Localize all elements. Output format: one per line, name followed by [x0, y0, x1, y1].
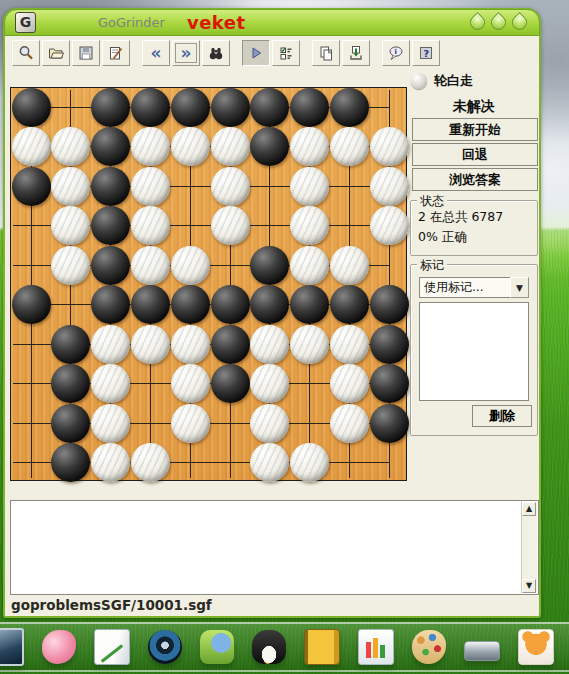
- scroll-up-button[interactable]: ▲: [522, 502, 536, 516]
- arrow-up-icon: ▲: [526, 504, 532, 513]
- tags-group-title: 标记: [417, 257, 447, 274]
- options-checklist-icon: [278, 45, 294, 61]
- white-stone[interactable]: ●: [330, 246, 369, 285]
- play-icon: [248, 45, 264, 61]
- white-stone[interactable]: ●: [51, 167, 90, 206]
- hint-balloon-icon: i: [388, 45, 404, 61]
- white-stone[interactable]: ●: [12, 127, 51, 166]
- black-stone[interactable]: ●: [250, 285, 289, 324]
- status-groupbox: 状态 2 在总共 6787 0% 正确: [410, 200, 538, 256]
- black-stone[interactable]: ●: [250, 88, 289, 127]
- help-button[interactable]: ?: [412, 40, 440, 66]
- black-stone[interactable]: ●: [91, 88, 130, 127]
- browse-answer-button[interactable]: 浏览答案: [412, 168, 538, 191]
- black-stone[interactable]: ●: [12, 167, 51, 206]
- import-button[interactable]: [342, 40, 370, 66]
- black-stone[interactable]: ●: [131, 88, 170, 127]
- scroll-down-button[interactable]: ▼: [522, 579, 536, 593]
- white-stone[interactable]: ●: [330, 404, 369, 443]
- black-stone[interactable]: ●: [91, 167, 130, 206]
- options-button[interactable]: [272, 40, 300, 66]
- go-board[interactable]: ●●●●●●●●●●●●●●●●●●●●●●●●●●●●●●●●●●●●●●●●…: [10, 87, 407, 481]
- black-stone[interactable]: ●: [51, 325, 90, 364]
- white-stone[interactable]: ●: [211, 167, 250, 206]
- edit-notepad-icon: [108, 45, 124, 61]
- white-stone[interactable]: ●: [171, 404, 210, 443]
- white-stone[interactable]: ●: [330, 364, 369, 403]
- bottle-globe-icon[interactable]: [200, 630, 234, 664]
- black-stone[interactable]: ●: [290, 285, 329, 324]
- comment-scrollbar[interactable]: ▲ ▼: [521, 502, 537, 593]
- copy-pages-icon: [318, 45, 334, 61]
- save-button[interactable]: [72, 40, 100, 66]
- white-stone[interactable]: ●: [330, 127, 369, 166]
- white-stone[interactable]: ●: [131, 443, 170, 482]
- comment-textarea[interactable]: ▲ ▼: [10, 500, 539, 595]
- black-stone[interactable]: ●: [12, 88, 51, 127]
- white-stone[interactable]: ●: [211, 127, 250, 166]
- app-logo-icon: G: [15, 12, 36, 33]
- black-stone[interactable]: ●: [171, 285, 210, 324]
- desktop: { "game": "go", "window": { "app_title":…: [0, 0, 569, 674]
- combo-dropdown-button[interactable]: ▼: [510, 277, 529, 298]
- mascot-icon[interactable]: [42, 630, 76, 664]
- tag-combobox[interactable]: 使用标记...: [419, 277, 511, 298]
- white-stone[interactable]: ●: [91, 364, 130, 403]
- black-stone[interactable]: ●: [131, 285, 170, 324]
- percent-correct-text: 0% 正确: [418, 229, 537, 246]
- usb-drive-icon[interactable]: [464, 641, 500, 661]
- black-stone[interactable]: ●: [370, 325, 409, 364]
- black-stone[interactable]: ●: [250, 127, 289, 166]
- restart-button[interactable]: 重新开始: [412, 118, 538, 141]
- white-stone[interactable]: ●: [250, 443, 289, 482]
- white-stone[interactable]: ●: [250, 364, 289, 403]
- previous-problem-button[interactable]: «: [142, 40, 170, 66]
- black-stone[interactable]: ●: [211, 325, 250, 364]
- solve-status-label: 未解决: [407, 98, 541, 116]
- black-stone[interactable]: ●: [211, 285, 250, 324]
- black-stone[interactable]: ●: [370, 285, 409, 324]
- black-stone[interactable]: ●: [370, 404, 409, 443]
- black-stone[interactable]: ●: [330, 88, 369, 127]
- copy-button[interactable]: [312, 40, 340, 66]
- toolbar: « » i ?: [5, 38, 539, 68]
- zoom-icon: [18, 45, 34, 61]
- white-stone[interactable]: ●: [250, 404, 289, 443]
- binoculars-icon: [208, 45, 224, 61]
- black-stone[interactable]: ●: [91, 127, 130, 166]
- zoom-button[interactable]: [12, 40, 40, 66]
- address-book-icon[interactable]: [304, 629, 340, 665]
- white-stone[interactable]: ●: [171, 246, 210, 285]
- white-stone[interactable]: ●: [370, 127, 409, 166]
- black-stone[interactable]: ●: [211, 88, 250, 127]
- save-floppy-icon: [78, 45, 94, 61]
- black-stone[interactable]: ●: [330, 285, 369, 324]
- distro-label: veket: [187, 12, 246, 33]
- gogrinder-window: G GoGrinder veket « »: [3, 8, 541, 618]
- black-stone[interactable]: ●: [51, 443, 90, 482]
- edit-button[interactable]: [102, 40, 130, 66]
- notepad-icon[interactable]: [94, 629, 130, 665]
- teddy-bear-icon[interactable]: [518, 629, 554, 665]
- next-problem-button[interactable]: »: [172, 40, 200, 66]
- white-stone[interactable]: ●: [131, 167, 170, 206]
- black-stone[interactable]: ●: [370, 364, 409, 403]
- sidebar-panel: 轮白走 未解决 重新开始 回退 浏览答案 状态 2 在总共 6787 0% 正确…: [407, 66, 541, 486]
- svg-text:i: i: [395, 48, 397, 56]
- prev-icon: «: [151, 45, 162, 61]
- white-stone[interactable]: ●: [131, 325, 170, 364]
- white-stone[interactable]: ●: [290, 246, 329, 285]
- hint-button[interactable]: i: [382, 40, 410, 66]
- chevron-down-icon: ▼: [516, 283, 523, 293]
- black-stone[interactable]: ●: [91, 206, 130, 245]
- white-stone[interactable]: ●: [370, 206, 409, 245]
- statusbar-path: goproblemsSGF/10001.sgf: [11, 597, 212, 613]
- black-stone[interactable]: ●: [211, 364, 250, 403]
- white-stone[interactable]: ●: [51, 246, 90, 285]
- white-stone[interactable]: ●: [51, 206, 90, 245]
- open-folder-icon: [48, 45, 64, 61]
- delete-tag-button[interactable]: 删除: [472, 405, 532, 427]
- white-stone[interactable]: ●: [290, 325, 329, 364]
- turn-label: 轮白走: [434, 72, 473, 90]
- next-icon: »: [181, 45, 192, 61]
- white-stone[interactable]: ●: [91, 443, 130, 482]
- tux-penguin-icon[interactable]: [252, 630, 286, 664]
- window-controls: [470, 15, 527, 30]
- arrow-down-icon: ▼: [526, 581, 532, 590]
- white-stone[interactable]: ●: [290, 167, 329, 206]
- white-stone[interactable]: ●: [131, 127, 170, 166]
- paint-palette-icon[interactable]: [412, 630, 446, 664]
- window-close-droplet-button[interactable]: [509, 12, 530, 33]
- white-stone[interactable]: ●: [211, 206, 250, 245]
- play-button[interactable]: [242, 40, 270, 66]
- display-icon[interactable]: [0, 628, 24, 666]
- tags-groupbox: 标记 使用标记... ▼ 删除: [410, 264, 538, 436]
- title-bar[interactable]: G GoGrinder veket: [4, 9, 540, 36]
- black-stone[interactable]: ●: [12, 285, 51, 324]
- help-question-icon: ?: [418, 45, 434, 61]
- white-stone[interactable]: ●: [91, 404, 130, 443]
- window-minimize-droplet-button[interactable]: [467, 12, 488, 33]
- white-stone[interactable]: ●: [131, 246, 170, 285]
- black-stone[interactable]: ●: [290, 88, 329, 127]
- taskbar-dock: [0, 622, 569, 672]
- black-stone[interactable]: ●: [91, 246, 130, 285]
- white-stone[interactable]: ●: [171, 325, 210, 364]
- white-stone[interactable]: ●: [370, 167, 409, 206]
- import-download-icon: [348, 45, 364, 61]
- undo-button[interactable]: 回退: [412, 143, 538, 166]
- tag-listbox[interactable]: [419, 302, 529, 401]
- white-stone[interactable]: ●: [330, 325, 369, 364]
- open-button[interactable]: [42, 40, 70, 66]
- search-button[interactable]: [202, 40, 230, 66]
- white-stone[interactable]: ●: [290, 206, 329, 245]
- white-stone[interactable]: ●: [91, 325, 130, 364]
- problem-count-text: 2 在总共 6787: [418, 209, 537, 226]
- black-stone[interactable]: ●: [51, 364, 90, 403]
- white-stone-icon: [411, 73, 427, 89]
- black-stone[interactable]: ●: [171, 88, 210, 127]
- black-stone[interactable]: ●: [91, 285, 130, 324]
- white-stone[interactable]: ●: [290, 443, 329, 482]
- speaker-icon[interactable]: [148, 630, 182, 664]
- turn-indicator: 轮白走: [411, 72, 473, 90]
- black-stone[interactable]: ●: [250, 246, 289, 285]
- white-stone[interactable]: ●: [171, 127, 210, 166]
- status-group-title: 状态: [417, 193, 447, 210]
- white-stone[interactable]: ●: [51, 127, 90, 166]
- svg-text:?: ?: [424, 48, 430, 59]
- white-stone[interactable]: ●: [250, 325, 289, 364]
- chart-document-icon[interactable]: [358, 629, 394, 665]
- window-maximize-droplet-button[interactable]: [488, 12, 509, 33]
- white-stone[interactable]: ●: [171, 364, 210, 403]
- white-stone[interactable]: ●: [131, 206, 170, 245]
- black-stone[interactable]: ●: [51, 404, 90, 443]
- window-title: GoGrinder: [98, 15, 165, 30]
- white-stone[interactable]: ●: [290, 127, 329, 166]
